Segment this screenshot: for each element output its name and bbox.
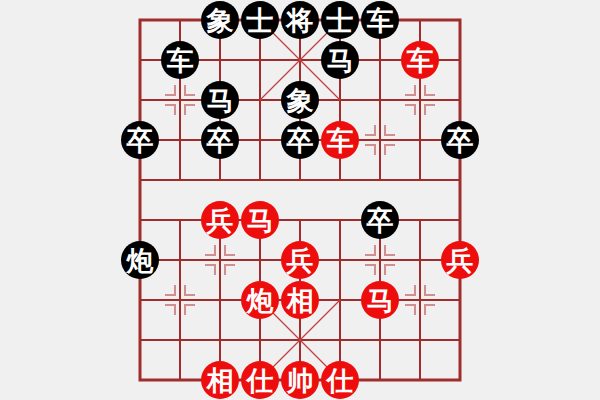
board[interactable]: 象士将士车车马车马象卒卒卒车卒兵马卒炮兵兵炮相马相仕帅仕 bbox=[120, 0, 480, 400]
black-elephant[interactable]: 象 bbox=[281, 81, 319, 119]
black-horse[interactable]: 马 bbox=[201, 81, 239, 119]
red-horse[interactable]: 马 bbox=[361, 281, 399, 319]
black-elephant[interactable]: 象 bbox=[201, 1, 239, 39]
red-advisor[interactable]: 仕 bbox=[241, 361, 279, 399]
red-elephant[interactable]: 相 bbox=[281, 281, 319, 319]
red-chariot[interactable]: 车 bbox=[401, 41, 439, 79]
black-soldier[interactable]: 卒 bbox=[361, 201, 399, 239]
red-general[interactable]: 帅 bbox=[281, 361, 319, 399]
red-horse[interactable]: 马 bbox=[241, 201, 279, 239]
black-general[interactable]: 将 bbox=[281, 1, 319, 39]
red-chariot[interactable]: 车 bbox=[321, 121, 359, 159]
black-soldier[interactable]: 卒 bbox=[281, 121, 319, 159]
black-cannon[interactable]: 炮 bbox=[121, 241, 159, 279]
red-cannon[interactable]: 炮 bbox=[241, 281, 279, 319]
black-horse[interactable]: 马 bbox=[321, 41, 359, 79]
xiangqi-screenshot: 象士将士车车马车马象卒卒卒车卒兵马卒炮兵兵炮相马相仕帅仕 bbox=[0, 0, 600, 400]
red-soldier[interactable]: 兵 bbox=[201, 201, 239, 239]
black-chariot[interactable]: 车 bbox=[361, 1, 399, 39]
black-advisor[interactable]: 士 bbox=[241, 1, 279, 39]
red-soldier[interactable]: 兵 bbox=[281, 241, 319, 279]
black-chariot[interactable]: 车 bbox=[161, 41, 199, 79]
black-soldier[interactable]: 卒 bbox=[121, 121, 159, 159]
piece-grid: 象士将士车车马车马象卒卒卒车卒兵马卒炮兵兵炮相马相仕帅仕 bbox=[120, 0, 480, 400]
black-advisor[interactable]: 士 bbox=[321, 1, 359, 39]
black-soldier[interactable]: 卒 bbox=[201, 121, 239, 159]
black-soldier[interactable]: 卒 bbox=[441, 121, 479, 159]
red-soldier[interactable]: 兵 bbox=[441, 241, 479, 279]
red-advisor[interactable]: 仕 bbox=[321, 361, 359, 399]
red-elephant[interactable]: 相 bbox=[201, 361, 239, 399]
